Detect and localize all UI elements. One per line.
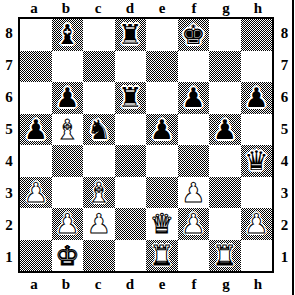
square-a8[interactable]	[20, 19, 52, 51]
square-c3[interactable]: ♝	[83, 177, 115, 209]
file-label-c: c	[82, 274, 114, 295]
square-g2[interactable]	[209, 208, 241, 240]
square-e4[interactable]	[146, 145, 178, 177]
square-d5[interactable]	[115, 114, 147, 146]
square-a6[interactable]	[20, 82, 52, 114]
square-e3[interactable]	[146, 177, 178, 209]
piece-white-pawn-f3[interactable]: ♟	[181, 179, 205, 206]
square-b4[interactable]	[52, 145, 84, 177]
file-label-g: g	[210, 0, 242, 17]
file-label-a: a	[18, 0, 50, 17]
square-d6[interactable]: ♜	[115, 82, 147, 114]
file-label-f: f	[178, 0, 210, 17]
square-g6[interactable]	[209, 82, 241, 114]
square-c2[interactable]: ♟	[83, 208, 115, 240]
square-h4[interactable]: ♛	[241, 145, 273, 177]
square-a1[interactable]	[20, 240, 52, 272]
piece-white-rook-e1[interactable]: ♜	[150, 242, 174, 269]
square-h2[interactable]: ♟	[241, 208, 273, 240]
window-right-edge-line	[292, 0, 294, 295]
square-e1[interactable]: ♜	[146, 240, 178, 272]
square-e5[interactable]: ♟	[146, 114, 178, 146]
square-d2[interactable]	[115, 208, 147, 240]
square-e6[interactable]	[146, 82, 178, 114]
rank-label-4: 4	[0, 145, 18, 177]
piece-black-knight-c5[interactable]: ♞	[87, 116, 111, 143]
square-a2[interactable]	[20, 208, 52, 240]
square-c4[interactable]	[83, 145, 115, 177]
square-f2[interactable]: ♟	[178, 208, 210, 240]
square-d1[interactable]	[115, 240, 147, 272]
square-h3[interactable]	[241, 177, 273, 209]
piece-white-bishop-b5[interactable]: ♝	[55, 116, 79, 143]
rank-label-2: 2	[0, 209, 18, 241]
square-b6[interactable]: ♟	[52, 82, 84, 114]
piece-black-pawn-g5[interactable]: ♟	[213, 116, 237, 143]
rank-label-8: 8	[0, 17, 18, 49]
file-labels-bottom: abcdefgh	[18, 274, 274, 295]
square-d4[interactable]	[115, 145, 147, 177]
square-d3[interactable]	[115, 177, 147, 209]
square-e7[interactable]	[146, 51, 178, 83]
piece-white-pawn-f2[interactable]: ♟	[181, 210, 205, 237]
square-b8[interactable]: ♝	[52, 19, 84, 51]
piece-white-pawn-h2[interactable]: ♟	[244, 210, 268, 237]
square-h1[interactable]	[241, 240, 273, 272]
square-a3[interactable]: ♟	[20, 177, 52, 209]
square-f5[interactable]	[178, 114, 210, 146]
file-label-b: b	[50, 274, 82, 295]
piece-white-pawn-a3[interactable]: ♟	[24, 179, 48, 206]
square-c7[interactable]	[83, 51, 115, 83]
square-f6[interactable]: ♟	[178, 82, 210, 114]
piece-white-bishop-c3[interactable]: ♝	[87, 179, 111, 206]
square-f1[interactable]	[178, 240, 210, 272]
square-f7[interactable]	[178, 51, 210, 83]
piece-black-pawn-h6[interactable]: ♟	[244, 84, 268, 111]
piece-white-pawn-b2[interactable]: ♟	[55, 210, 79, 237]
rank-label-7: 7	[0, 49, 18, 81]
file-label-e: e	[146, 274, 178, 295]
rank-label-5: 5	[0, 113, 18, 145]
file-label-h: h	[242, 0, 274, 17]
square-a5[interactable]: ♟	[20, 114, 52, 146]
file-label-b: b	[50, 0, 82, 17]
square-h6[interactable]: ♟	[241, 82, 273, 114]
square-c6[interactable]	[83, 82, 115, 114]
rank-label-6: 6	[0, 81, 18, 113]
square-b7[interactable]	[52, 51, 84, 83]
square-b1[interactable]: ♚	[52, 240, 84, 272]
piece-black-pawn-e5[interactable]: ♟	[150, 116, 174, 143]
chess-board[interactable]: ♝♜♚♟♜♟♟♟♝♞♟♟♛♟♝♟♟♟♛♟♟♚♜♜	[18, 17, 274, 273]
square-b3[interactable]	[52, 177, 84, 209]
square-b5[interactable]: ♝	[52, 114, 84, 146]
square-g1[interactable]: ♜	[209, 240, 241, 272]
rank-label-3: 3	[0, 177, 18, 209]
piece-white-king-b1[interactable]: ♚	[55, 242, 79, 269]
square-g8[interactable]	[209, 19, 241, 51]
file-label-d: d	[114, 274, 146, 295]
file-label-a: a	[18, 274, 50, 295]
square-c5[interactable]: ♞	[83, 114, 115, 146]
piece-black-king-f8[interactable]: ♚	[181, 21, 205, 48]
square-f8[interactable]: ♚	[178, 19, 210, 51]
square-h7[interactable]	[241, 51, 273, 83]
square-c1[interactable]	[83, 240, 115, 272]
chess-diagram: abcdefgh 87654321 ♝♜♚♟♜♟♟♟♝♞♟♟♛♟♝♟♟♟♛♟♟♚…	[0, 0, 295, 295]
square-g7[interactable]	[209, 51, 241, 83]
square-f4[interactable]	[178, 145, 210, 177]
rank-label-1: 1	[0, 241, 18, 273]
piece-black-pawn-b6[interactable]: ♟	[55, 84, 79, 111]
file-label-h: h	[242, 274, 274, 295]
square-b2[interactable]: ♟	[52, 208, 84, 240]
square-h8[interactable]	[241, 19, 273, 51]
square-c8[interactable]	[83, 19, 115, 51]
piece-black-rook-d8[interactable]: ♜	[118, 21, 142, 48]
square-g5[interactable]: ♟	[209, 114, 241, 146]
rank-labels-left: 87654321	[0, 17, 18, 273]
square-e8[interactable]	[146, 19, 178, 51]
file-label-c: c	[82, 0, 114, 17]
square-a7[interactable]	[20, 51, 52, 83]
square-a4[interactable]	[20, 145, 52, 177]
file-label-e: e	[146, 0, 178, 17]
square-d8[interactable]: ♜	[115, 19, 147, 51]
piece-white-rook-g1[interactable]: ♜	[213, 242, 237, 269]
piece-black-queen-h4[interactable]: ♛	[244, 147, 268, 174]
square-g4[interactable]	[209, 145, 241, 177]
file-label-d: d	[114, 0, 146, 17]
square-e2[interactable]: ♛	[146, 208, 178, 240]
piece-black-rook-d6[interactable]: ♜	[118, 84, 142, 111]
file-label-f: f	[178, 274, 210, 295]
piece-white-queen-e2[interactable]: ♛	[150, 210, 174, 237]
square-d7[interactable]	[115, 51, 147, 83]
piece-black-bishop-b8[interactable]: ♝	[55, 21, 79, 48]
square-h5[interactable]	[241, 114, 273, 146]
file-label-g: g	[210, 274, 242, 295]
square-g3[interactable]	[209, 177, 241, 209]
piece-white-pawn-c2[interactable]: ♟	[87, 210, 111, 237]
piece-black-pawn-a5[interactable]: ♟	[24, 116, 48, 143]
file-labels-top: abcdefgh	[18, 0, 274, 17]
piece-black-pawn-f6[interactable]: ♟	[181, 84, 205, 111]
square-f3[interactable]: ♟	[178, 177, 210, 209]
